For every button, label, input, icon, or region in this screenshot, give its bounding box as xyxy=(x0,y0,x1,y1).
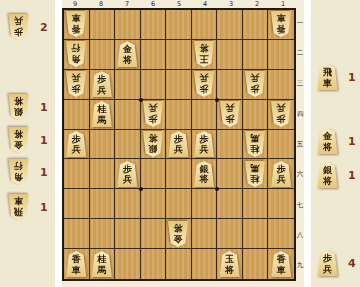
piece-kanji: 兵 xyxy=(123,174,132,185)
square-5e[interactable]: 歩兵 xyxy=(166,130,192,160)
piece-kanji: 歩 xyxy=(277,114,286,125)
piece-飛車-hand[interactable]: 飛車 xyxy=(8,194,29,220)
piece-kanji: 銀 xyxy=(14,107,23,118)
piece-face: 歩兵 xyxy=(194,71,215,97)
square-5a[interactable] xyxy=(166,10,192,40)
hand-count: 1 xyxy=(40,201,48,214)
shogi-board: 香車香車角行金将王将歩兵歩兵歩兵歩兵桂馬歩兵歩兵歩兵歩兵銀将歩兵歩兵桂馬歩兵銀将… xyxy=(62,8,296,281)
hand-count: 1 xyxy=(40,134,48,147)
piece-kanji: 将 xyxy=(123,55,132,66)
square-7e[interactable] xyxy=(115,130,141,160)
square-5i[interactable] xyxy=(166,249,192,279)
square-1a[interactable]: 香車 xyxy=(268,10,294,40)
square-3g[interactable] xyxy=(217,189,243,219)
piece-kanji: 馬 xyxy=(251,163,260,174)
square-8h[interactable] xyxy=(90,219,116,249)
square-1c[interactable] xyxy=(268,70,294,100)
hand-entry-歩兵: 歩兵4 xyxy=(311,248,360,278)
piece-kanji: 歩 xyxy=(323,253,332,264)
square-3c[interactable] xyxy=(217,70,243,100)
square-4b[interactable]: 王将 xyxy=(192,40,218,70)
piece-kanji: 将 xyxy=(14,96,23,107)
piece-face: 王将 xyxy=(194,41,215,67)
piece-kanji: 将 xyxy=(174,223,183,234)
piece-face: 香車 xyxy=(271,11,292,37)
piece-face: 歩兵 xyxy=(245,71,266,97)
square-3e[interactable] xyxy=(217,130,243,160)
piece-kanji: 将 xyxy=(200,43,209,54)
piece-kanji: 兵 xyxy=(72,144,81,155)
piece-歩兵-hand[interactable]: 歩兵 xyxy=(317,250,338,276)
square-2a[interactable] xyxy=(243,10,269,40)
piece-kanji: 兵 xyxy=(323,264,332,275)
piece-kanji: 金 xyxy=(123,44,132,55)
piece-face: 歩兵 xyxy=(317,250,338,276)
square-5c[interactable] xyxy=(166,70,192,100)
square-6a[interactable] xyxy=(141,10,167,40)
piece-銀将-4f[interactable]: 銀将 xyxy=(194,161,215,187)
square-2d[interactable] xyxy=(243,100,269,130)
piece-face: 金将 xyxy=(117,41,138,67)
square-9b[interactable]: 角行 xyxy=(64,40,90,70)
square-5d[interactable] xyxy=(166,100,192,130)
square-7f[interactable]: 歩兵 xyxy=(115,159,141,189)
piece-金将-7b[interactable]: 金将 xyxy=(117,41,138,67)
square-2i[interactable] xyxy=(243,249,269,279)
piece-kanji: 飛 xyxy=(323,67,332,78)
piece-face: 金将 xyxy=(168,221,189,247)
piece-face: 金将 xyxy=(8,127,29,153)
piece-kanji: 桂 xyxy=(97,104,106,115)
square-7a[interactable] xyxy=(115,10,141,40)
square-4e[interactable]: 歩兵 xyxy=(192,130,218,160)
piece-kanji: 歩 xyxy=(251,84,260,95)
piece-face: 桂馬 xyxy=(91,251,112,277)
square-2c[interactable]: 歩兵 xyxy=(243,70,269,100)
divider-left xyxy=(55,0,62,287)
piece-face: 歩兵 xyxy=(168,131,189,157)
square-1d[interactable]: 歩兵 xyxy=(268,100,294,130)
piece-face: 桂馬 xyxy=(245,131,266,157)
piece-kanji: 歩 xyxy=(148,114,157,125)
piece-歩兵-7f[interactable]: 歩兵 xyxy=(117,161,138,187)
hand-entry-角行: 角行1 xyxy=(0,157,55,187)
square-6d[interactable]: 歩兵 xyxy=(141,100,167,130)
piece-kanji: 歩 xyxy=(277,164,286,175)
square-8g[interactable] xyxy=(90,189,116,219)
piece-歩兵-9c[interactable]: 歩兵 xyxy=(66,71,87,97)
piece-王将-4b[interactable]: 王将 xyxy=(194,41,215,67)
piece-kanji: 馬 xyxy=(97,265,106,276)
board-grid: 香車香車角行金将王将歩兵歩兵歩兵歩兵桂馬歩兵歩兵歩兵歩兵銀将歩兵歩兵桂馬歩兵銀将… xyxy=(64,10,294,279)
piece-face: 歩兵 xyxy=(142,101,163,127)
square-8b[interactable] xyxy=(90,40,116,70)
piece-kanji: 車 xyxy=(72,13,81,24)
hand-entry-飛車: 飛車1 xyxy=(0,192,55,222)
square-8d[interactable]: 桂馬 xyxy=(90,100,116,130)
square-1e[interactable] xyxy=(268,130,294,160)
file-label-2: 2 xyxy=(244,0,270,8)
square-4f[interactable]: 銀将 xyxy=(192,159,218,189)
piece-kanji: 香 xyxy=(72,24,81,35)
square-1b[interactable] xyxy=(268,40,294,70)
square-4a[interactable] xyxy=(192,10,218,40)
piece-kanji: 兵 xyxy=(14,16,23,27)
piece-kanji: 車 xyxy=(277,265,286,276)
piece-kanji: 将 xyxy=(323,176,332,187)
square-8f[interactable] xyxy=(90,159,116,189)
piece-kanji: 歩 xyxy=(225,114,234,125)
hand-entry-銀将: 銀将1 xyxy=(311,160,360,190)
square-4i[interactable] xyxy=(192,249,218,279)
square-3b[interactable] xyxy=(217,40,243,70)
piece-桂馬-8i[interactable]: 桂馬 xyxy=(91,251,112,277)
piece-kanji: 兵 xyxy=(200,73,209,84)
hand-entry-金将: 金将1 xyxy=(311,126,360,156)
piece-kanji: 車 xyxy=(323,78,332,89)
piece-kanji: 香 xyxy=(277,254,286,265)
piece-face: 歩兵 xyxy=(66,131,87,157)
square-7i[interactable] xyxy=(115,249,141,279)
square-5h[interactable]: 金将 xyxy=(166,219,192,249)
piece-玉将-3i[interactable]: 玉将 xyxy=(219,251,240,277)
square-1h[interactable] xyxy=(268,219,294,249)
piece-歩兵-1d[interactable]: 歩兵 xyxy=(271,101,292,127)
square-3i[interactable]: 玉将 xyxy=(217,249,243,279)
square-5f[interactable] xyxy=(166,159,192,189)
piece-金将-hand[interactable]: 金将 xyxy=(8,127,29,153)
piece-kanji: 兵 xyxy=(174,144,183,155)
square-2f[interactable]: 桂馬 xyxy=(243,159,269,189)
hoshi-dot xyxy=(215,98,219,102)
square-3a[interactable] xyxy=(217,10,243,40)
square-2b[interactable] xyxy=(243,40,269,70)
square-4g[interactable] xyxy=(192,189,218,219)
piece-kanji: 王 xyxy=(200,54,209,65)
piece-kanji: 兵 xyxy=(277,174,286,185)
piece-face: 歩兵 xyxy=(219,101,240,127)
square-3f[interactable] xyxy=(217,159,243,189)
square-6e[interactable]: 銀将 xyxy=(141,130,167,160)
square-7c[interactable] xyxy=(115,70,141,100)
piece-kanji: 兵 xyxy=(97,85,106,96)
piece-kanji: 銀 xyxy=(200,164,209,175)
piece-歩兵-3d[interactable]: 歩兵 xyxy=(219,101,240,127)
piece-kanji: 角 xyxy=(14,172,23,183)
piece-歩兵-hand[interactable]: 歩兵 xyxy=(8,14,29,40)
hand-count: 1 xyxy=(348,71,356,84)
square-3d[interactable]: 歩兵 xyxy=(217,100,243,130)
hand-count: 1 xyxy=(348,135,356,148)
square-6g[interactable] xyxy=(141,189,167,219)
square-8a[interactable] xyxy=(90,10,116,40)
gote-captured-stand: 歩兵2銀将1金将1角行1飛車1 xyxy=(0,0,55,287)
piece-kanji: 香 xyxy=(277,24,286,35)
square-4c[interactable]: 歩兵 xyxy=(192,70,218,100)
piece-face: 歩兵 xyxy=(271,161,292,187)
piece-歩兵-1f[interactable]: 歩兵 xyxy=(271,161,292,187)
square-1i[interactable]: 香車 xyxy=(268,249,294,279)
piece-kanji: 歩 xyxy=(174,134,183,145)
piece-kanji: 金 xyxy=(174,233,183,244)
square-3h[interactable] xyxy=(217,219,243,249)
hoshi-dot xyxy=(139,187,143,191)
square-7g[interactable] xyxy=(115,189,141,219)
file-label-8: 8 xyxy=(88,0,114,8)
square-7d[interactable] xyxy=(115,100,141,130)
hoshi-dot xyxy=(139,98,143,102)
hand-entry-歩兵: 歩兵2 xyxy=(0,12,55,42)
piece-face: 桂馬 xyxy=(91,101,112,127)
piece-香車-1a[interactable]: 香車 xyxy=(271,11,292,37)
piece-kanji: 車 xyxy=(277,13,286,24)
piece-kanji: 金 xyxy=(323,131,332,142)
square-8c[interactable]: 歩兵 xyxy=(90,70,116,100)
piece-kanji: 将 xyxy=(200,174,209,185)
piece-歩兵-6d[interactable]: 歩兵 xyxy=(142,101,163,127)
piece-face: 香車 xyxy=(66,11,87,37)
piece-kanji: 歩 xyxy=(123,164,132,175)
piece-kanji: 行 xyxy=(14,161,23,172)
file-label-9: 9 xyxy=(62,0,88,8)
square-9h[interactable] xyxy=(64,219,90,249)
hand-entry-銀将: 銀将1 xyxy=(0,92,55,122)
piece-香車-1i[interactable]: 香車 xyxy=(271,251,292,277)
piece-歩兵-5e[interactable]: 歩兵 xyxy=(168,131,189,157)
file-labels: 987654321 xyxy=(62,0,296,8)
shogi-diagram: { "game": "shogi", "turn_indicator": "先手… xyxy=(0,0,360,287)
piece-kanji: 兵 xyxy=(72,73,81,84)
piece-face: 香車 xyxy=(66,251,87,277)
piece-kanji: 将 xyxy=(225,265,234,276)
square-9i[interactable]: 香車 xyxy=(64,249,90,279)
piece-face: 金将 xyxy=(317,128,338,154)
piece-香車-9i[interactable]: 香車 xyxy=(66,251,87,277)
piece-桂馬-2e[interactable]: 桂馬 xyxy=(245,131,266,157)
hand-entry-飛車: 飛車1 xyxy=(311,62,360,92)
piece-face: 飛車 xyxy=(8,194,29,220)
piece-kanji: 車 xyxy=(72,265,81,276)
file-label-1: 1 xyxy=(270,0,296,8)
hoshi-dot xyxy=(215,187,219,191)
piece-kanji: 将 xyxy=(14,129,23,140)
square-6i[interactable] xyxy=(141,249,167,279)
piece-kanji: 歩 xyxy=(200,134,209,145)
piece-kanji: 歩 xyxy=(97,74,106,85)
square-6h[interactable] xyxy=(141,219,167,249)
piece-歩兵-2c[interactable]: 歩兵 xyxy=(245,71,266,97)
piece-face: 玉将 xyxy=(219,251,240,277)
square-5b[interactable] xyxy=(166,40,192,70)
piece-歩兵-8c[interactable]: 歩兵 xyxy=(91,71,112,97)
piece-face: 角行 xyxy=(66,41,87,67)
piece-kanji: 玉 xyxy=(225,254,234,265)
piece-kanji: 歩 xyxy=(200,84,209,95)
piece-kanji: 将 xyxy=(148,133,157,144)
piece-kanji: 桂 xyxy=(251,173,260,184)
square-7b[interactable]: 金将 xyxy=(115,40,141,70)
piece-銀将-hand[interactable]: 銀将 xyxy=(317,162,338,188)
piece-kanji: 歩 xyxy=(72,134,81,145)
piece-face: 歩兵 xyxy=(117,161,138,187)
file-label-6: 6 xyxy=(140,0,166,8)
piece-face: 歩兵 xyxy=(8,14,29,40)
square-1f[interactable]: 歩兵 xyxy=(268,159,294,189)
hand-count: 4 xyxy=(348,257,356,270)
hand-count: 1 xyxy=(40,166,48,179)
square-8e[interactable] xyxy=(90,130,116,160)
piece-金将-5h[interactable]: 金将 xyxy=(168,221,189,247)
piece-face: 歩兵 xyxy=(194,131,215,157)
piece-kanji: 桂 xyxy=(97,254,106,265)
piece-歩兵-4c[interactable]: 歩兵 xyxy=(194,71,215,97)
piece-kanji: 桂 xyxy=(251,143,260,154)
file-label-5: 5 xyxy=(166,0,192,8)
piece-飛車-hand[interactable]: 飛車 xyxy=(317,64,338,90)
square-9g[interactable] xyxy=(64,189,90,219)
square-4d[interactable] xyxy=(192,100,218,130)
piece-kanji: 馬 xyxy=(251,133,260,144)
piece-kanji: 兵 xyxy=(225,103,234,114)
piece-kanji: 行 xyxy=(72,43,81,54)
piece-歩兵-9e[interactable]: 歩兵 xyxy=(66,131,87,157)
piece-銀将-hand[interactable]: 銀将 xyxy=(8,94,29,120)
piece-角行-9b[interactable]: 角行 xyxy=(66,41,87,67)
piece-face: 角行 xyxy=(8,159,29,185)
square-9d[interactable] xyxy=(64,100,90,130)
sente-captured-stand: 飛車1金将1銀将1歩兵4 xyxy=(311,0,360,287)
piece-face: 歩兵 xyxy=(66,71,87,97)
hand-count: 2 xyxy=(40,21,48,34)
piece-kanji: 銀 xyxy=(323,165,332,176)
square-6f[interactable] xyxy=(141,159,167,189)
piece-歩兵-4e[interactable]: 歩兵 xyxy=(194,131,215,157)
piece-kanji: 将 xyxy=(323,142,332,153)
piece-face: 銀将 xyxy=(194,161,215,187)
piece-face: 香車 xyxy=(271,251,292,277)
piece-kanji: 角 xyxy=(72,54,81,65)
square-2e[interactable]: 桂馬 xyxy=(243,130,269,160)
piece-kanji: 兵 xyxy=(200,144,209,155)
square-2h[interactable] xyxy=(243,219,269,249)
piece-kanji: 銀 xyxy=(148,143,157,154)
square-6c[interactable] xyxy=(141,70,167,100)
piece-kanji: 車 xyxy=(14,196,23,207)
square-9a[interactable]: 香車 xyxy=(64,10,90,40)
piece-角行-hand[interactable]: 角行 xyxy=(8,159,29,185)
piece-kanji: 香 xyxy=(72,254,81,265)
square-6b[interactable] xyxy=(141,40,167,70)
square-7h[interactable] xyxy=(115,219,141,249)
piece-kanji: 兵 xyxy=(251,73,260,84)
piece-桂馬-2f[interactable]: 桂馬 xyxy=(245,161,266,187)
square-9f[interactable] xyxy=(64,159,90,189)
piece-桂馬-8d[interactable]: 桂馬 xyxy=(91,101,112,127)
piece-face: 銀将 xyxy=(142,131,163,157)
hand-count: 1 xyxy=(40,101,48,114)
piece-face: 銀将 xyxy=(8,94,29,120)
piece-face: 歩兵 xyxy=(91,71,112,97)
square-5g[interactable] xyxy=(166,189,192,219)
piece-金将-hand[interactable]: 金将 xyxy=(317,128,338,154)
piece-香車-9a[interactable]: 香車 xyxy=(66,11,87,37)
square-2g[interactable] xyxy=(243,189,269,219)
piece-face: 銀将 xyxy=(317,162,338,188)
square-1g[interactable] xyxy=(268,189,294,219)
square-9c[interactable]: 歩兵 xyxy=(64,70,90,100)
piece-kanji: 飛 xyxy=(14,207,23,218)
piece-銀将-6e[interactable]: 銀将 xyxy=(142,131,163,157)
piece-kanji: 歩 xyxy=(72,84,81,95)
piece-kanji: 金 xyxy=(14,140,23,151)
piece-kanji: 兵 xyxy=(277,103,286,114)
hand-entry-金将: 金将1 xyxy=(0,125,55,155)
piece-kanji: 兵 xyxy=(148,103,157,114)
piece-kanji: 馬 xyxy=(97,115,106,126)
piece-face: 飛車 xyxy=(317,64,338,90)
hand-count: 1 xyxy=(348,169,356,182)
piece-face: 桂馬 xyxy=(245,161,266,187)
piece-kanji: 歩 xyxy=(14,27,23,38)
square-4h[interactable] xyxy=(192,219,218,249)
square-8i[interactable]: 桂馬 xyxy=(90,249,116,279)
file-label-4: 4 xyxy=(192,0,218,8)
file-label-7: 7 xyxy=(114,0,140,8)
square-9e[interactable]: 歩兵 xyxy=(64,130,90,160)
piece-face: 歩兵 xyxy=(271,101,292,127)
file-label-3: 3 xyxy=(218,0,244,8)
